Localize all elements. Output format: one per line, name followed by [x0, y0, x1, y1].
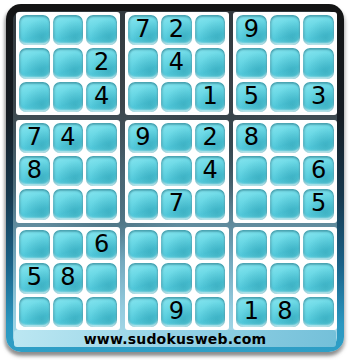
cell-r5c7[interactable]: [236, 156, 267, 186]
cell-r8c2[interactable]: 8: [53, 263, 84, 293]
box-1-1: 24: [16, 12, 120, 115]
cell-r8c5[interactable]: [161, 263, 192, 293]
box-1-3: 953: [233, 12, 337, 115]
given-digit: 5: [311, 191, 326, 215]
given-digit: 5: [244, 84, 259, 108]
given-digit: 9: [244, 17, 259, 41]
cell-r9c8[interactable]: 8: [270, 297, 301, 327]
given-digit: 8: [277, 299, 292, 323]
sudoku-page: 2472419537489247865658918 www.sudokusweb…: [0, 0, 350, 360]
given-digit: 9: [135, 125, 150, 149]
given-digit: 4: [169, 50, 184, 74]
cell-r2c3[interactable]: 2: [86, 48, 117, 78]
cell-r2c9[interactable]: [303, 48, 334, 78]
cell-r9c4[interactable]: [128, 297, 159, 327]
cell-r9c1[interactable]: [19, 297, 50, 327]
footer-band: www.sudokusweb.com: [14, 330, 336, 347]
cell-r4c5[interactable]: [161, 123, 192, 153]
cell-r6c3[interactable]: [86, 189, 117, 219]
given-digit: 8: [244, 125, 259, 149]
sudoku-board: 2472419537489247865658918: [16, 12, 337, 330]
cell-r5c6[interactable]: 4: [195, 156, 226, 186]
cell-r7c7[interactable]: [236, 230, 267, 260]
cell-r9c5[interactable]: 9: [161, 297, 192, 327]
cell-r9c6[interactable]: [195, 297, 226, 327]
given-digit: 4: [94, 84, 109, 108]
cell-r3c2[interactable]: [53, 82, 84, 112]
cell-r7c2[interactable]: [53, 230, 84, 260]
cell-r2c5[interactable]: 4: [161, 48, 192, 78]
board-background: 2472419537489247865658918: [13, 11, 337, 347]
given-digit: 3: [311, 84, 326, 108]
cell-r4c1[interactable]: 7: [19, 123, 50, 153]
cell-r7c1[interactable]: [19, 230, 50, 260]
cell-r3c3[interactable]: 4: [86, 82, 117, 112]
cell-r4c7[interactable]: 8: [236, 123, 267, 153]
given-digit: 5: [27, 265, 42, 289]
site-url: www.sudokusweb.com: [84, 331, 267, 347]
cell-r6c2[interactable]: [53, 189, 84, 219]
cell-r3c8[interactable]: [270, 82, 301, 112]
cell-r4c6[interactable]: 2: [195, 123, 226, 153]
given-digit: 4: [203, 158, 218, 182]
cell-r3c4[interactable]: [128, 82, 159, 112]
cell-r5c8[interactable]: [270, 156, 301, 186]
cell-r7c9[interactable]: [303, 230, 334, 260]
cell-r5c2[interactable]: [53, 156, 84, 186]
cell-r7c5[interactable]: [161, 230, 192, 260]
cell-r6c1[interactable]: [19, 189, 50, 219]
cell-r8c7[interactable]: [236, 263, 267, 293]
cell-r8c4[interactable]: [128, 263, 159, 293]
given-digit: 2: [94, 50, 109, 74]
cell-r5c3[interactable]: [86, 156, 117, 186]
cell-r5c1[interactable]: 8: [19, 156, 50, 186]
given-digit: 2: [203, 125, 218, 149]
cell-r6c9[interactable]: 5: [303, 189, 334, 219]
cell-r1c8[interactable]: [270, 15, 301, 45]
given-digit: 7: [135, 17, 150, 41]
cell-r2c1[interactable]: [19, 48, 50, 78]
cell-r3c1[interactable]: [19, 82, 50, 112]
box-3-2: 9: [125, 227, 229, 330]
cell-r1c2[interactable]: [53, 15, 84, 45]
cell-r3c6[interactable]: 1: [195, 82, 226, 112]
given-digit: 6: [311, 158, 326, 182]
cell-r2c6[interactable]: [195, 48, 226, 78]
cell-r1c4[interactable]: 7: [128, 15, 159, 45]
given-digit: 1: [244, 299, 259, 323]
cell-r6c7[interactable]: [236, 189, 267, 219]
cell-r7c3[interactable]: 6: [86, 230, 117, 260]
cell-r2c7[interactable]: [236, 48, 267, 78]
given-digit: 2: [169, 17, 184, 41]
cell-r1c7[interactable]: 9: [236, 15, 267, 45]
cell-r2c2[interactable]: [53, 48, 84, 78]
cell-r5c9[interactable]: 6: [303, 156, 334, 186]
cell-r6c8[interactable]: [270, 189, 301, 219]
given-digit: 4: [60, 125, 75, 149]
box-2-1: 748: [16, 120, 120, 223]
cell-r4c4[interactable]: 9: [128, 123, 159, 153]
cell-r2c4[interactable]: [128, 48, 159, 78]
cell-r2c8[interactable]: [270, 48, 301, 78]
given-digit: 9: [169, 299, 184, 323]
cell-r1c6[interactable]: [195, 15, 226, 45]
cell-r1c3[interactable]: [86, 15, 117, 45]
cell-r8c1[interactable]: 5: [19, 263, 50, 293]
given-digit: 6: [94, 232, 109, 256]
cell-r4c3[interactable]: [86, 123, 117, 153]
cell-r9c9[interactable]: [303, 297, 334, 327]
box-3-1: 658: [16, 227, 120, 330]
cell-r4c8[interactable]: [270, 123, 301, 153]
cell-r1c5[interactable]: 2: [161, 15, 192, 45]
cell-r5c4[interactable]: [128, 156, 159, 186]
cell-r3c5[interactable]: [161, 82, 192, 112]
cell-r7c4[interactable]: [128, 230, 159, 260]
cell-r4c9[interactable]: [303, 123, 334, 153]
cell-r8c3[interactable]: [86, 263, 117, 293]
cell-r9c7[interactable]: 1: [236, 297, 267, 327]
cell-r5c5[interactable]: [161, 156, 192, 186]
given-digit: 8: [60, 265, 75, 289]
given-digit: 7: [169, 191, 184, 215]
box-3-3: 18: [233, 227, 337, 330]
cell-r8c6[interactable]: [195, 263, 226, 293]
cell-r6c5[interactable]: 7: [161, 189, 192, 219]
cell-r8c9[interactable]: [303, 263, 334, 293]
box-2-3: 865: [233, 120, 337, 223]
cell-r4c2[interactable]: 4: [53, 123, 84, 153]
cell-r7c6[interactable]: [195, 230, 226, 260]
cell-r1c9[interactable]: [303, 15, 334, 45]
cell-r8c8[interactable]: [270, 263, 301, 293]
given-digit: 7: [27, 125, 42, 149]
cell-r6c6[interactable]: [195, 189, 226, 219]
box-2-2: 9247: [125, 120, 229, 223]
given-digit: 8: [27, 158, 42, 182]
cell-r9c3[interactable]: [86, 297, 117, 327]
given-digit: 1: [203, 84, 218, 108]
cell-r9c2[interactable]: [53, 297, 84, 327]
board-frame: 2472419537489247865658918 www.sudokusweb…: [6, 4, 344, 352]
cell-r3c9[interactable]: 3: [303, 82, 334, 112]
cell-r3c7[interactable]: 5: [236, 82, 267, 112]
cell-r7c8[interactable]: [270, 230, 301, 260]
cell-r1c1[interactable]: [19, 15, 50, 45]
cell-r6c4[interactable]: [128, 189, 159, 219]
box-1-2: 7241: [125, 12, 229, 115]
